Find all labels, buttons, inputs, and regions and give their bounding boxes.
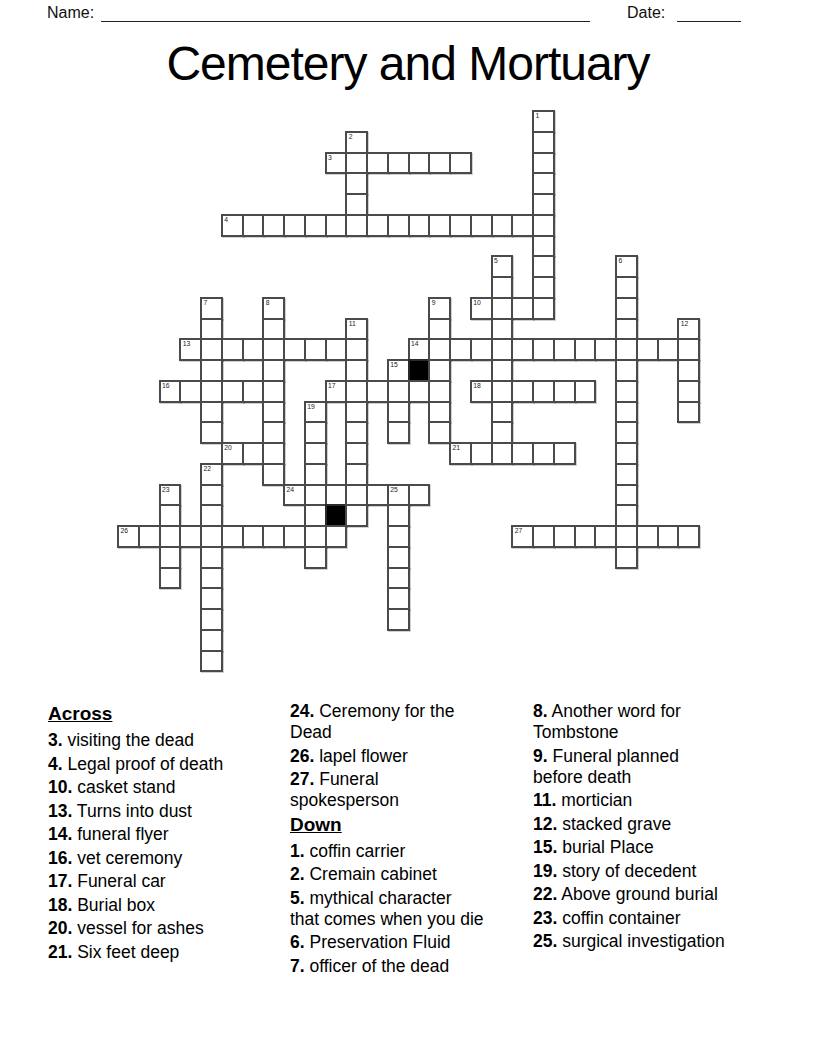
clue-number: 25.: [533, 931, 557, 951]
clue-item-25: 25. surgical investigation: [533, 931, 785, 952]
grid-cell[interactable]: 26: [117, 525, 140, 548]
clue-item-10: 10. casket stand: [48, 777, 288, 798]
grid-cell[interactable]: [200, 629, 223, 652]
clue-text: surgical investigation: [557, 931, 724, 951]
grid-cell[interactable]: [345, 152, 368, 175]
grid-cell[interactable]: [615, 401, 638, 424]
cell-number: 1: [536, 112, 540, 120]
clue-number: 5.: [290, 888, 305, 908]
grid-cell[interactable]: [304, 484, 327, 507]
clue-item-5: 5. mythical character that comes when yo…: [290, 888, 518, 930]
grid-cell[interactable]: [574, 338, 597, 361]
grid-cell[interactable]: [325, 525, 348, 548]
grid-cell[interactable]: [366, 214, 389, 237]
clue-text: Turns into dust: [72, 801, 192, 821]
grid-cell[interactable]: [428, 421, 451, 444]
grid-cell[interactable]: [615, 504, 638, 527]
grid-cell[interactable]: [345, 193, 368, 216]
grid-cell[interactable]: [387, 587, 410, 610]
cell-number: 24: [287, 486, 295, 494]
grid-cell[interactable]: [677, 359, 700, 382]
grid-cell[interactable]: [387, 152, 410, 175]
grid-cell[interactable]: [532, 525, 555, 548]
clue-text: Legal proof of death: [63, 754, 224, 774]
grid-cell[interactable]: [345, 380, 368, 403]
grid-cell[interactable]: [408, 152, 431, 175]
clue-text: story of decedent: [557, 861, 696, 881]
clue-text: Cremain cabinet: [305, 864, 437, 884]
grid-cell[interactable]: [283, 338, 306, 361]
clue-number: 2.: [290, 864, 305, 884]
cell-number: 4: [224, 216, 228, 224]
clue-text: Preservation Fluid: [305, 932, 451, 952]
clue-item-19: 19. story of decedent: [533, 861, 785, 882]
grid-cell[interactable]: [283, 525, 306, 548]
cell-number: 18: [473, 382, 481, 390]
grid-cell[interactable]: 6: [615, 255, 638, 278]
cell-number: 15: [390, 361, 398, 369]
name-blank-line[interactable]: [101, 21, 590, 22]
grid-cell[interactable]: [511, 297, 534, 320]
clue-number: 27.: [290, 769, 314, 789]
grid-cell[interactable]: [179, 380, 202, 403]
clue-number: 10.: [48, 777, 72, 797]
grid-cell[interactable]: [470, 442, 493, 465]
clue-text: visiting the dead: [63, 730, 194, 750]
clue-number: 18.: [48, 895, 72, 915]
clue-text: Funeral car: [72, 871, 165, 891]
clue-item-6: 6. Preservation Fluid: [290, 932, 518, 953]
grid-cell[interactable]: [262, 421, 285, 444]
grid-cell[interactable]: [325, 214, 348, 237]
grid-cell[interactable]: [262, 401, 285, 424]
clue-text: mortician: [556, 790, 632, 810]
grid-cell[interactable]: 9: [428, 297, 451, 320]
clue-text: mythical character that comes when you d…: [290, 888, 484, 929]
clue-text: coffin carrier: [305, 841, 406, 861]
grid-cell[interactable]: [594, 525, 617, 548]
clue-column-2: 24. Ceremony for the Dead26. lapel flowe…: [290, 701, 518, 979]
grid-cell[interactable]: [242, 525, 265, 548]
grid-cell[interactable]: [532, 214, 555, 237]
grid-cell[interactable]: [159, 525, 182, 548]
clue-item-14: 14. funeral flyer: [48, 824, 288, 845]
clue-item-3: 3. visiting the dead: [48, 730, 288, 751]
cell-number: 21: [453, 444, 461, 452]
grid-cell[interactable]: 25: [387, 484, 410, 507]
grid-cell[interactable]: 24: [283, 484, 306, 507]
cell-number: 7: [204, 299, 208, 307]
grid-cell[interactable]: 18: [470, 380, 493, 403]
grid-cell[interactable]: [408, 380, 431, 403]
grid-cell[interactable]: [262, 442, 285, 465]
grid-cell[interactable]: 23: [159, 484, 182, 507]
cell-number: 19: [307, 403, 315, 411]
clue-number: 1.: [290, 841, 305, 861]
grid-cell[interactable]: 5: [491, 255, 514, 278]
grid-cell[interactable]: [532, 338, 555, 361]
date-blank-line[interactable]: [677, 21, 741, 22]
clue-number: 19.: [533, 861, 557, 881]
grid-cell[interactable]: [200, 401, 223, 424]
grid-cell[interactable]: [553, 380, 576, 403]
grid-cell[interactable]: [345, 338, 368, 361]
grid-cell[interactable]: [428, 152, 451, 175]
grid-cell[interactable]: [262, 525, 285, 548]
grid-cell[interactable]: [200, 318, 223, 341]
grid-cell[interactable]: 14: [408, 338, 431, 361]
grid-cell[interactable]: 19: [304, 401, 327, 424]
page-title: Cemetery and Mortuary: [0, 36, 816, 91]
grid-cell[interactable]: [657, 338, 680, 361]
grid-cell[interactable]: [636, 525, 659, 548]
clue-number: 13.: [48, 801, 72, 821]
cell-number: 23: [162, 486, 170, 494]
grid-cell[interactable]: [491, 380, 514, 403]
clue-item-20: 20. vessel for ashes: [48, 918, 288, 939]
grid-cell[interactable]: 11: [345, 318, 368, 341]
grid-cell[interactable]: [532, 193, 555, 216]
grid-cell[interactable]: [159, 567, 182, 590]
clue-item-4: 4. Legal proof of death: [48, 754, 288, 775]
clue-number: 15.: [533, 837, 557, 857]
clue-text: Funeral planned before death: [533, 746, 679, 787]
grid-cell[interactable]: [200, 608, 223, 631]
grid-cell[interactable]: [387, 567, 410, 590]
grid-cell[interactable]: [408, 484, 431, 507]
clue-section-header-down: Down: [290, 814, 518, 835]
grid-cell[interactable]: [428, 338, 451, 361]
cell-number: 10: [473, 299, 481, 307]
grid-cell[interactable]: [262, 463, 285, 486]
grid-cell[interactable]: [511, 380, 534, 403]
grid-cell[interactable]: [574, 525, 597, 548]
clue-item-26: 26. lapel flower: [290, 746, 518, 767]
grid-cell[interactable]: [221, 380, 244, 403]
grid-cell[interactable]: [615, 421, 638, 444]
grid-cell[interactable]: [304, 442, 327, 465]
grid-cell[interactable]: [657, 525, 680, 548]
grid-cell[interactable]: [449, 214, 472, 237]
cell-number: 27: [515, 527, 523, 535]
clue-item-9: 9. Funeral planned before death: [533, 746, 785, 788]
clue-item-24: 24. Ceremony for the Dead: [290, 701, 518, 743]
clue-text: Another word for Tombstone: [533, 701, 681, 742]
grid-cell[interactable]: [615, 338, 638, 361]
grid-cell[interactable]: [677, 380, 700, 403]
cell-number: 6: [619, 257, 623, 265]
grid-cell[interactable]: [200, 359, 223, 382]
clue-text: Above ground burial: [557, 884, 718, 904]
grid-cell[interactable]: [304, 525, 327, 548]
grid-cell[interactable]: 10: [470, 297, 493, 320]
grid-cell[interactable]: [615, 442, 638, 465]
clue-text: Burial box: [72, 895, 155, 915]
grid-cell[interactable]: [242, 442, 265, 465]
grid-cell[interactable]: [615, 525, 638, 548]
grid-cell[interactable]: [532, 276, 555, 299]
clue-number: 8.: [533, 701, 548, 721]
grid-cell[interactable]: [345, 421, 368, 444]
grid-cell[interactable]: [304, 463, 327, 486]
grid-cell[interactable]: [242, 338, 265, 361]
grid-cell[interactable]: [262, 380, 285, 403]
grid-cell[interactable]: 16: [159, 380, 182, 403]
grid-cell[interactable]: [262, 338, 285, 361]
grid-cell[interactable]: [304, 338, 327, 361]
clue-text: funeral flyer: [72, 824, 168, 844]
grid-cell[interactable]: [387, 546, 410, 569]
block-cell: [325, 504, 348, 527]
grid-cell[interactable]: [532, 442, 555, 465]
cell-number: 25: [390, 486, 398, 494]
grid-cell[interactable]: [304, 546, 327, 569]
grid-cell[interactable]: [470, 214, 493, 237]
grid-cell[interactable]: [179, 525, 202, 548]
grid-cell[interactable]: [428, 380, 451, 403]
grid-cell[interactable]: [200, 504, 223, 527]
grid-cell[interactable]: [366, 380, 389, 403]
grid-cell[interactable]: [511, 442, 534, 465]
grid-cell[interactable]: [470, 338, 493, 361]
grid-cell[interactable]: [615, 463, 638, 486]
grid-cell[interactable]: [532, 255, 555, 278]
grid-cell[interactable]: [615, 359, 638, 382]
cell-number: 26: [121, 527, 129, 535]
grid-cell[interactable]: [491, 421, 514, 444]
grid-cell[interactable]: [200, 421, 223, 444]
grid-cell[interactable]: [636, 338, 659, 361]
clue-item-12: 12. stacked grave: [533, 814, 785, 835]
date-label: Date:: [627, 4, 665, 22]
grid-cell[interactable]: [200, 650, 223, 673]
grid-cell[interactable]: [428, 359, 451, 382]
clue-number: 20.: [48, 918, 72, 938]
grid-cell[interactable]: [387, 608, 410, 631]
grid-cell[interactable]: [615, 546, 638, 569]
grid-cell[interactable]: [387, 380, 410, 403]
grid-cell[interactable]: 21: [449, 442, 472, 465]
grid-cell[interactable]: [491, 401, 514, 424]
grid-cell[interactable]: [262, 214, 285, 237]
grid-cell[interactable]: [615, 276, 638, 299]
grid-cell[interactable]: [304, 214, 327, 237]
grid-cell[interactable]: [428, 214, 451, 237]
clue-item-2: 2. Cremain cabinet: [290, 864, 518, 885]
clue-text: lapel flower: [314, 746, 407, 766]
cell-number: 13: [183, 340, 191, 348]
grid-cell[interactable]: [532, 172, 555, 195]
grid-cell[interactable]: [366, 484, 389, 507]
clue-column-3: 8. Another word for Tombstone9. Funeral …: [533, 701, 785, 955]
grid-cell[interactable]: [200, 525, 223, 548]
grid-cell[interactable]: [159, 504, 182, 527]
grid-cell[interactable]: [428, 318, 451, 341]
grid-cell[interactable]: [449, 152, 472, 175]
block-cell: [408, 359, 431, 382]
clue-item-27: 27. Funeral spokesperson: [290, 769, 518, 811]
cell-number: 16: [162, 382, 170, 390]
grid-cell[interactable]: [200, 546, 223, 569]
grid-cell[interactable]: 12: [677, 318, 700, 341]
grid-cell[interactable]: [532, 131, 555, 154]
cell-number: 22: [204, 465, 212, 473]
grid-cell[interactable]: [449, 338, 472, 361]
clue-number: 12.: [533, 814, 557, 834]
grid-cell[interactable]: 15: [387, 359, 410, 382]
grid-cell[interactable]: [366, 152, 389, 175]
grid-cell[interactable]: [491, 214, 514, 237]
grid-cell[interactable]: 1: [532, 110, 555, 133]
clue-number: 22.: [533, 884, 557, 904]
clue-number: 11.: [533, 790, 556, 810]
clue-number: 16.: [48, 848, 72, 868]
clue-number: 26.: [290, 746, 314, 766]
grid-cell[interactable]: [387, 401, 410, 424]
grid-cell[interactable]: [553, 442, 576, 465]
grid-cell[interactable]: [615, 318, 638, 341]
grid-cell[interactable]: 13: [179, 338, 202, 361]
clue-item-13: 13. Turns into dust: [48, 801, 288, 822]
grid-cell[interactable]: 27: [511, 525, 534, 548]
grid-cell[interactable]: [304, 504, 327, 527]
clue-item-11: 11. mortician: [533, 790, 785, 811]
grid-cell[interactable]: [200, 380, 223, 403]
clue-number: 9.: [533, 746, 548, 766]
clue-number: 17.: [48, 871, 72, 891]
grid-cell[interactable]: [159, 546, 182, 569]
grid-cell[interactable]: [553, 338, 576, 361]
clue-item-17: 17. Funeral car: [48, 871, 288, 892]
clue-number: 6.: [290, 932, 305, 952]
grid-cell[interactable]: [200, 587, 223, 610]
grid-cell[interactable]: [387, 504, 410, 527]
cell-number: 14: [411, 340, 419, 348]
clue-item-22: 22. Above ground burial: [533, 884, 785, 905]
grid-cell[interactable]: [491, 442, 514, 465]
clue-text: coffin container: [557, 908, 680, 928]
grid-cell[interactable]: [262, 318, 285, 341]
grid-cell[interactable]: [677, 338, 700, 361]
clue-number: 24.: [290, 701, 314, 721]
clue-item-23: 23. coffin container: [533, 908, 785, 929]
grid-cell[interactable]: [345, 504, 368, 527]
clue-item-8: 8. Another word for Tombstone: [533, 701, 785, 743]
grid-cell[interactable]: [345, 442, 368, 465]
grid-cell[interactable]: 4: [221, 214, 244, 237]
clue-text: Six feet deep: [72, 942, 179, 962]
clue-number: 4.: [48, 754, 63, 774]
grid-cell[interactable]: 22: [200, 463, 223, 486]
clue-item-7: 7. officer of the dead: [290, 956, 518, 977]
grid-cell[interactable]: [345, 484, 368, 507]
grid-cell[interactable]: [325, 484, 348, 507]
grid-cell[interactable]: [615, 297, 638, 320]
grid-cell[interactable]: 20: [221, 442, 244, 465]
grid-cell[interactable]: [345, 359, 368, 382]
grid-cell[interactable]: [511, 214, 534, 237]
grid-cell[interactable]: [221, 338, 244, 361]
grid-cell[interactable]: [532, 152, 555, 175]
cell-number: 5: [494, 257, 498, 265]
grid-cell[interactable]: [615, 484, 638, 507]
grid-cell[interactable]: 3: [325, 152, 348, 175]
clue-text: casket stand: [72, 777, 175, 797]
grid-cell[interactable]: [574, 380, 597, 403]
grid-cell[interactable]: [594, 338, 617, 361]
grid-cell[interactable]: [304, 421, 327, 444]
cell-number: 3: [328, 154, 332, 162]
grid-cell[interactable]: [677, 525, 700, 548]
grid-cell[interactable]: [387, 421, 410, 444]
grid-cell[interactable]: [345, 172, 368, 195]
clue-number: 23.: [533, 908, 557, 928]
grid-cell[interactable]: 7: [200, 297, 223, 320]
grid-cell[interactable]: 2: [345, 131, 368, 154]
grid-cell[interactable]: [532, 297, 555, 320]
clue-text: Ceremony for the Dead: [290, 701, 454, 742]
cell-number: 8: [266, 299, 270, 307]
clue-section-header-across: Across: [48, 703, 288, 724]
grid-cell[interactable]: [345, 214, 368, 237]
grid-cell[interactable]: [283, 214, 306, 237]
grid-cell[interactable]: [387, 525, 410, 548]
grid-cell[interactable]: [242, 214, 265, 237]
grid-cell[interactable]: [138, 525, 161, 548]
grid-cell[interactable]: [200, 484, 223, 507]
clue-number: 21.: [48, 942, 72, 962]
grid-cell[interactable]: [242, 380, 265, 403]
grid-cell[interactable]: [345, 401, 368, 424]
clue-text: officer of the dead: [305, 956, 450, 976]
grid-cell[interactable]: [553, 525, 576, 548]
grid-cell[interactable]: 8: [262, 297, 285, 320]
grid-cell[interactable]: [491, 276, 514, 299]
grid-cell[interactable]: [511, 338, 534, 361]
grid-cell[interactable]: [491, 338, 514, 361]
grid-cell[interactable]: [428, 401, 451, 424]
clue-item-16: 16. vet ceremony: [48, 848, 288, 869]
cell-number: 20: [224, 444, 232, 452]
clue-column-1: Across3. visiting the dead4. Legal proof…: [48, 701, 288, 965]
grid-cell[interactable]: [491, 318, 514, 341]
grid-cell[interactable]: [200, 338, 223, 361]
grid-cell[interactable]: 17: [325, 380, 348, 403]
cell-number: 11: [349, 320, 356, 328]
grid-cell[interactable]: [491, 359, 514, 382]
grid-cell[interactable]: [491, 297, 514, 320]
clue-number: 14.: [48, 824, 72, 844]
grid-cell[interactable]: [615, 380, 638, 403]
grid-cell[interactable]: [387, 214, 410, 237]
grid-cell[interactable]: [325, 338, 348, 361]
grid-cell[interactable]: [677, 401, 700, 424]
clue-number: 7.: [290, 956, 305, 976]
clue-item-15: 15. burial Place: [533, 837, 785, 858]
grid-cell[interactable]: [532, 380, 555, 403]
grid-cell[interactable]: [345, 463, 368, 486]
clue-text: stacked grave: [557, 814, 671, 834]
grid-cell[interactable]: [221, 525, 244, 548]
cell-number: 2: [349, 133, 353, 141]
grid-cell[interactable]: [408, 214, 431, 237]
grid-cell[interactable]: [532, 235, 555, 258]
grid-cell[interactable]: [262, 359, 285, 382]
clue-item-1: 1. coffin carrier: [290, 841, 518, 862]
grid-cell[interactable]: [200, 567, 223, 590]
clue-text: burial Place: [557, 837, 653, 857]
clue-item-18: 18. Burial box: [48, 895, 288, 916]
